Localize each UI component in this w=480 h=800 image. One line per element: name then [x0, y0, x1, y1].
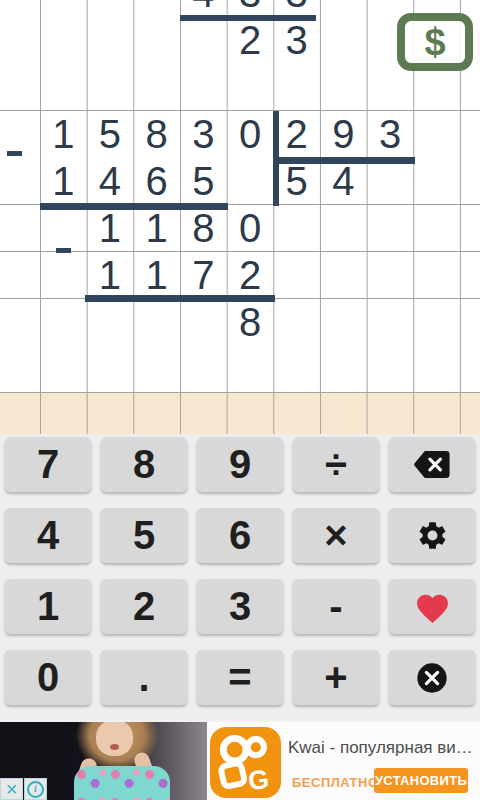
- worksheet-digit: 7: [180, 251, 227, 298]
- worksheet-digit: 6: [133, 157, 180, 204]
- worksheet-digit: 0: [227, 204, 274, 251]
- worksheet-digit: 2: [227, 251, 274, 298]
- key-label: 9: [229, 442, 251, 487]
- key-2[interactable]: 2: [101, 579, 187, 634]
- underline-433: [180, 15, 316, 21]
- info-circle-glyph: i: [27, 781, 44, 798]
- key-4[interactable]: 4: [5, 508, 91, 563]
- key-divide[interactable]: ÷: [293, 437, 379, 492]
- key-minus[interactable]: -: [293, 579, 379, 634]
- dollar-icon: $: [424, 21, 445, 64]
- worksheet-digit: 4: [87, 157, 134, 204]
- key-label: 4: [37, 513, 59, 558]
- key-close[interactable]: [389, 650, 475, 705]
- key-8[interactable]: 8: [101, 437, 187, 492]
- key-label: 3: [229, 584, 251, 629]
- heart-icon: [414, 590, 451, 624]
- key-settings[interactable]: [389, 508, 475, 563]
- key-label: 1: [37, 584, 59, 629]
- thumbnail-girl-shirt: [74, 766, 170, 800]
- underline-1465: [40, 203, 228, 210]
- worksheet-digit: 3: [273, 16, 320, 63]
- keypad: 789÷456×123-0.=+: [0, 434, 480, 720]
- key-7[interactable]: 7: [5, 437, 91, 492]
- key-label: =: [228, 655, 251, 700]
- thumbnail-girl-face: [96, 722, 133, 756]
- key-dot[interactable]: .: [101, 650, 187, 705]
- minus-sign-bottom: [56, 248, 71, 253]
- premium-dollar-button[interactable]: $: [397, 13, 473, 71]
- key-5[interactable]: 5: [101, 508, 187, 563]
- kwai-camera-glyph: G: [210, 727, 281, 798]
- key-1[interactable]: 1: [5, 579, 91, 634]
- worksheet-digit: 3: [180, 110, 227, 157]
- worksheet-digit: 8: [227, 298, 274, 345]
- key-label: ÷: [325, 442, 347, 487]
- key-0[interactable]: 0: [5, 650, 91, 705]
- beige-row: [0, 392, 480, 434]
- key-label: 8: [133, 442, 155, 487]
- key-label: 0: [37, 655, 59, 700]
- worksheet-digit: 4: [320, 157, 367, 204]
- ad-close-icon[interactable]: ×: [0, 778, 23, 800]
- worksheet-digit: 9: [320, 110, 367, 157]
- worksheet-digit: 2: [273, 110, 320, 157]
- backspace-icon: [414, 451, 450, 478]
- key-label: +: [324, 655, 347, 700]
- key-6[interactable]: 6: [197, 508, 283, 563]
- thumbnail-girl-mouth: [110, 744, 119, 750]
- key-plus[interactable]: +: [293, 650, 379, 705]
- worksheet-digit: 8: [133, 110, 180, 157]
- ad-free-label: БЕСПЛАТНО: [292, 775, 379, 790]
- key-3[interactable]: 3: [197, 579, 283, 634]
- worksheet-digit: 1: [87, 251, 134, 298]
- worksheet-digit: 4: [180, 0, 227, 16]
- worksheet-digit: 5: [180, 157, 227, 204]
- math-app-screen: $ 4332315830293146554118011728 789÷456×1…: [0, 0, 480, 800]
- worksheet-digit: 1: [40, 110, 87, 157]
- worksheet-digit: 0: [227, 110, 274, 157]
- close-circle-icon: [416, 662, 448, 694]
- ad-title[interactable]: Kwai - популярная ви…: [288, 738, 474, 760]
- key-label: 2: [133, 584, 155, 629]
- key-label: 6: [229, 513, 251, 558]
- worksheet: $ 4332315830293146554118011728: [0, 0, 480, 434]
- worksheet-digit: 3: [227, 0, 274, 16]
- key-label: ×: [324, 513, 347, 558]
- worksheet-digit: 1: [40, 157, 87, 204]
- key-label: -: [329, 584, 342, 629]
- worksheet-digit: 5: [273, 157, 320, 204]
- key-favorite[interactable]: [389, 579, 475, 634]
- kwai-logo[interactable]: G: [210, 727, 281, 798]
- worksheet-digit: 3: [367, 110, 414, 157]
- underline-1172: [85, 295, 275, 302]
- key-equals[interactable]: =: [197, 650, 283, 705]
- key-backspace[interactable]: [389, 437, 475, 492]
- worksheet-digit: 5: [87, 110, 134, 157]
- ad-info-icon[interactable]: i: [24, 778, 47, 800]
- minus-sign-top: [7, 151, 22, 156]
- key-label: .: [138, 655, 149, 700]
- worksheet-digit: 2: [227, 16, 274, 63]
- gear-icon: [416, 519, 449, 552]
- close-x-glyph: ×: [6, 779, 18, 799]
- underline-divisor-293: [273, 157, 415, 164]
- worksheet-digit: 8: [180, 204, 227, 251]
- ad-banner: × i G Kwai - популярная ви… БЕСПЛАТНО УС…: [0, 720, 480, 800]
- worksheet-digit: 1: [133, 204, 180, 251]
- key-label: 5: [133, 513, 155, 558]
- ad-install-button[interactable]: УСТАНОВИТЬ: [374, 768, 468, 793]
- worksheet-digit: 1: [133, 251, 180, 298]
- key-9[interactable]: 9: [197, 437, 283, 492]
- worksheet-digit: 3: [273, 0, 320, 16]
- svg-text:G: G: [247, 764, 271, 796]
- worksheet-digit: 1: [87, 204, 134, 251]
- key-label: 7: [37, 442, 59, 487]
- key-multiply[interactable]: ×: [293, 508, 379, 563]
